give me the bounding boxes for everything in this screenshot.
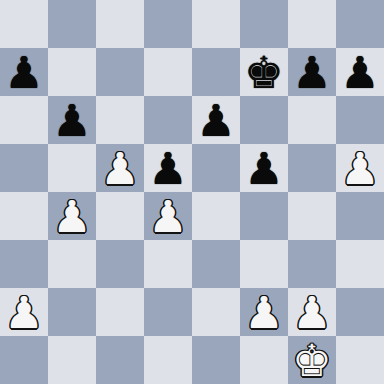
square-g1[interactable]: ♚ xyxy=(288,336,336,384)
square-d8[interactable] xyxy=(144,0,192,48)
square-g3[interactable] xyxy=(288,240,336,288)
square-c4[interactable] xyxy=(96,192,144,240)
square-a4[interactable] xyxy=(0,192,48,240)
black-pawn[interactable]: ♟ xyxy=(52,99,91,143)
white-pawn[interactable]: ♟ xyxy=(292,291,331,335)
square-a1[interactable] xyxy=(0,336,48,384)
square-b6[interactable]: ♟ xyxy=(48,96,96,144)
square-b2[interactable] xyxy=(48,288,96,336)
white-pawn[interactable]: ♟ xyxy=(244,291,283,335)
square-e4[interactable] xyxy=(192,192,240,240)
black-pawn[interactable]: ♟ xyxy=(244,147,283,191)
square-g5[interactable] xyxy=(288,144,336,192)
square-a7[interactable]: ♟ xyxy=(0,48,48,96)
square-b1[interactable] xyxy=(48,336,96,384)
square-c8[interactable] xyxy=(96,0,144,48)
square-a2[interactable]: ♟ xyxy=(0,288,48,336)
square-a5[interactable] xyxy=(0,144,48,192)
square-a6[interactable] xyxy=(0,96,48,144)
square-d4[interactable]: ♟ xyxy=(144,192,192,240)
square-h8[interactable] xyxy=(336,0,384,48)
square-h1[interactable] xyxy=(336,336,384,384)
square-g7[interactable]: ♟ xyxy=(288,48,336,96)
square-h3[interactable] xyxy=(336,240,384,288)
square-b5[interactable] xyxy=(48,144,96,192)
square-f7[interactable]: ♚ xyxy=(240,48,288,96)
square-e2[interactable] xyxy=(192,288,240,336)
white-pawn[interactable]: ♟ xyxy=(148,195,187,239)
square-a8[interactable] xyxy=(0,0,48,48)
black-pawn[interactable]: ♟ xyxy=(340,51,379,95)
square-c6[interactable] xyxy=(96,96,144,144)
square-h4[interactable] xyxy=(336,192,384,240)
white-pawn[interactable]: ♟ xyxy=(340,147,379,191)
square-e1[interactable] xyxy=(192,336,240,384)
square-b7[interactable] xyxy=(48,48,96,96)
square-b3[interactable] xyxy=(48,240,96,288)
square-b4[interactable]: ♟ xyxy=(48,192,96,240)
square-h6[interactable] xyxy=(336,96,384,144)
square-c5[interactable]: ♟ xyxy=(96,144,144,192)
square-f4[interactable] xyxy=(240,192,288,240)
square-h2[interactable] xyxy=(336,288,384,336)
square-c2[interactable] xyxy=(96,288,144,336)
chess-board: ♟♚♟♟♟♟♟♟♟♟♟♟♟♟♟♚ xyxy=(0,0,384,384)
square-f2[interactable]: ♟ xyxy=(240,288,288,336)
square-c3[interactable] xyxy=(96,240,144,288)
black-pawn[interactable]: ♟ xyxy=(4,51,43,95)
square-b8[interactable] xyxy=(48,0,96,48)
square-h5[interactable]: ♟ xyxy=(336,144,384,192)
square-d2[interactable] xyxy=(144,288,192,336)
black-king[interactable]: ♚ xyxy=(244,51,283,95)
square-f1[interactable] xyxy=(240,336,288,384)
square-f8[interactable] xyxy=(240,0,288,48)
square-c1[interactable] xyxy=(96,336,144,384)
square-d3[interactable] xyxy=(144,240,192,288)
square-f3[interactable] xyxy=(240,240,288,288)
white-pawn[interactable]: ♟ xyxy=(100,147,139,191)
square-g8[interactable] xyxy=(288,0,336,48)
square-e8[interactable] xyxy=(192,0,240,48)
white-pawn[interactable]: ♟ xyxy=(4,291,43,335)
square-e6[interactable]: ♟ xyxy=(192,96,240,144)
square-g6[interactable] xyxy=(288,96,336,144)
square-a3[interactable] xyxy=(0,240,48,288)
square-d7[interactable] xyxy=(144,48,192,96)
white-pawn[interactable]: ♟ xyxy=(52,195,91,239)
square-d1[interactable] xyxy=(144,336,192,384)
square-e7[interactable] xyxy=(192,48,240,96)
black-pawn[interactable]: ♟ xyxy=(148,147,187,191)
square-f6[interactable] xyxy=(240,96,288,144)
white-king[interactable]: ♚ xyxy=(292,339,331,383)
black-pawn[interactable]: ♟ xyxy=(292,51,331,95)
square-e3[interactable] xyxy=(192,240,240,288)
square-g4[interactable] xyxy=(288,192,336,240)
square-h7[interactable]: ♟ xyxy=(336,48,384,96)
square-f5[interactable]: ♟ xyxy=(240,144,288,192)
square-c7[interactable] xyxy=(96,48,144,96)
square-g2[interactable]: ♟ xyxy=(288,288,336,336)
square-d5[interactable]: ♟ xyxy=(144,144,192,192)
black-pawn[interactable]: ♟ xyxy=(196,99,235,143)
square-d6[interactable] xyxy=(144,96,192,144)
square-e5[interactable] xyxy=(192,144,240,192)
